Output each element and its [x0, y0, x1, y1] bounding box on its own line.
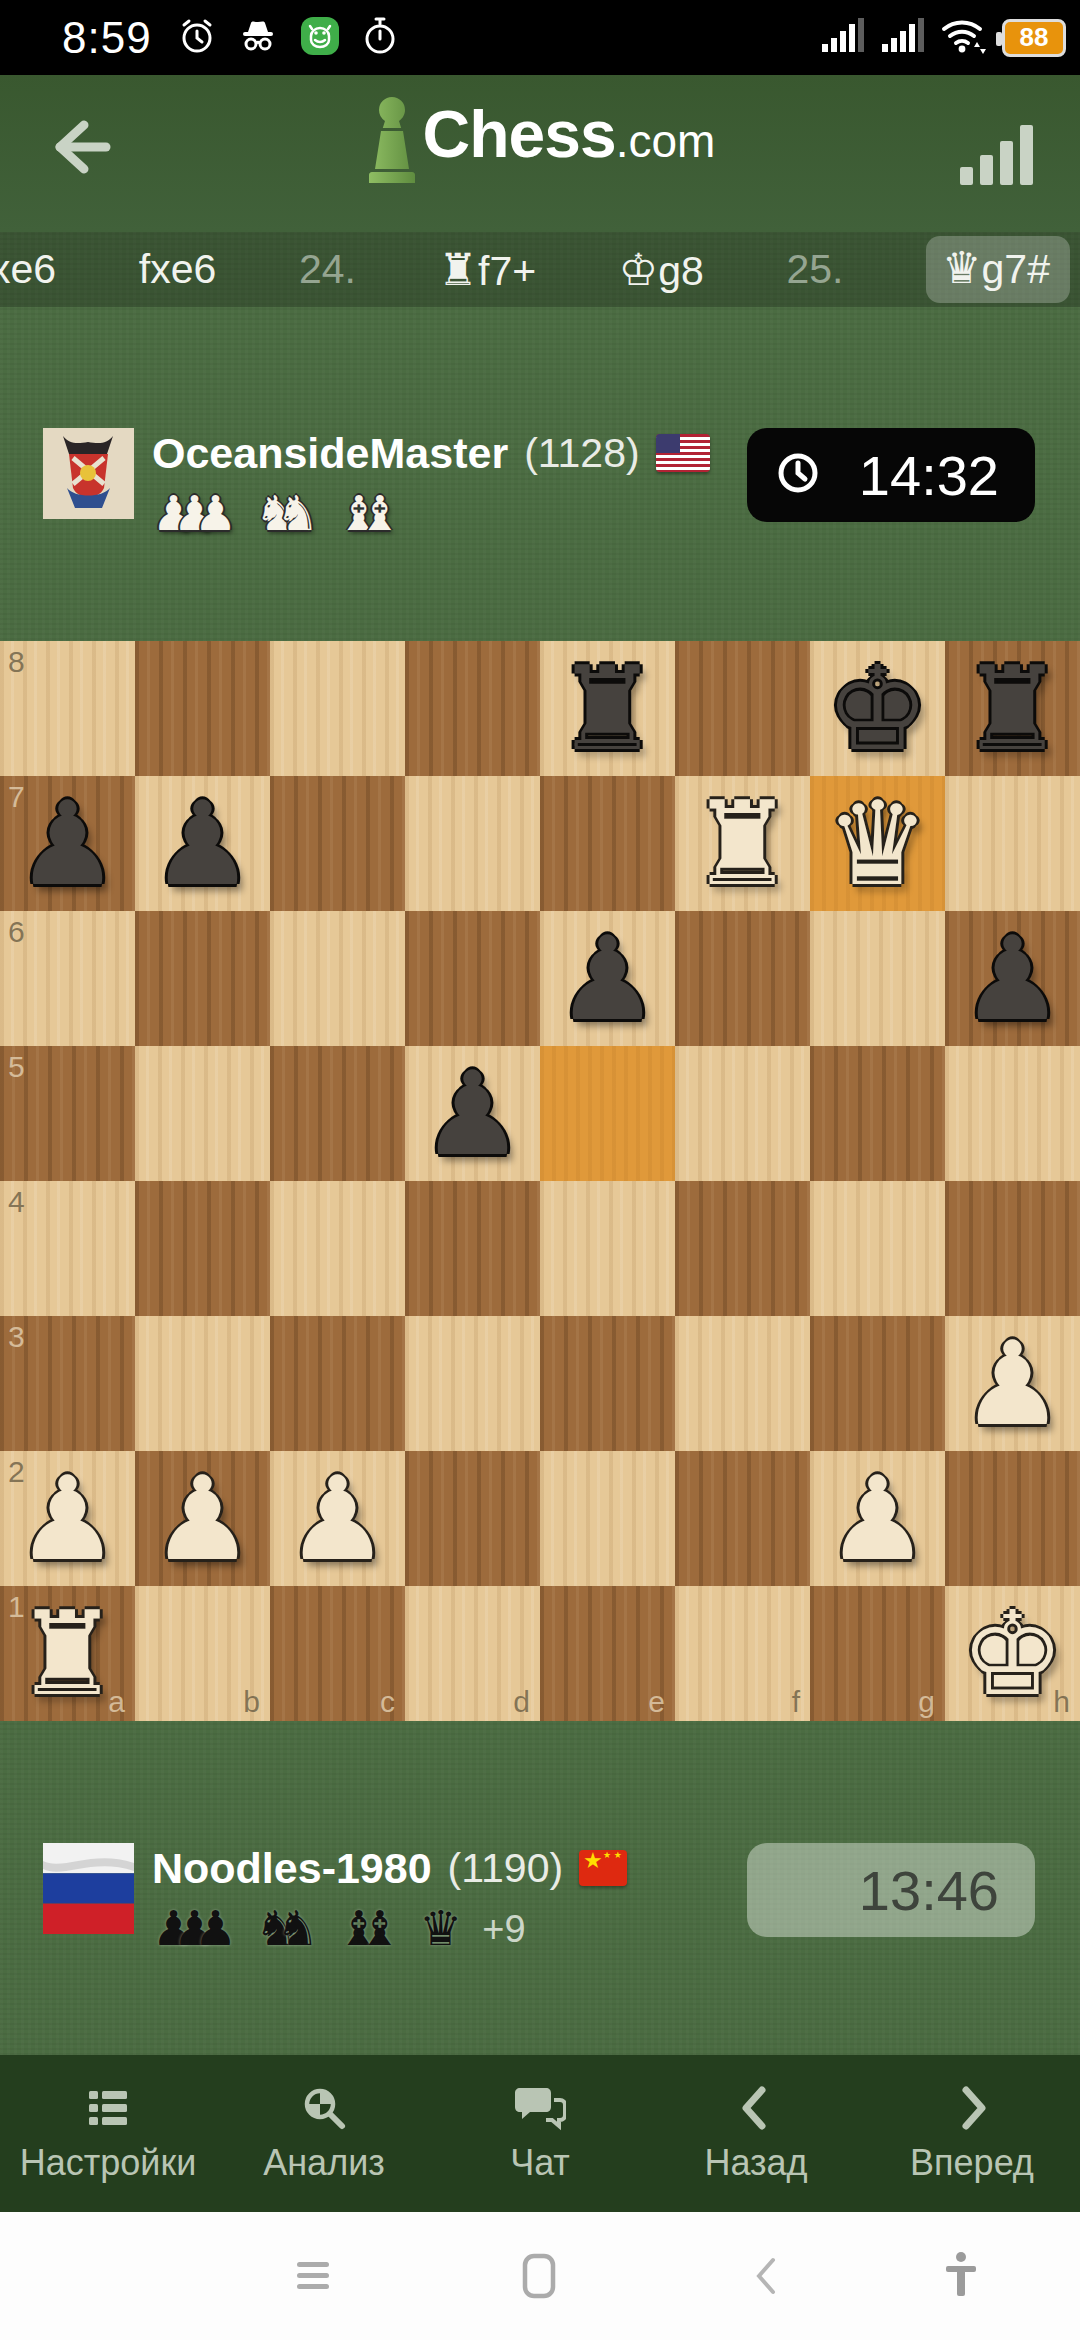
move-item[interactable]: fxe6	[139, 246, 217, 293]
avatar[interactable]	[43, 428, 134, 519]
board-square[interactable]	[540, 776, 675, 911]
material-advantage: +9	[482, 1904, 525, 1954]
captured-piece-icon: ♝	[358, 487, 401, 539]
board-square[interactable]	[810, 911, 945, 1046]
file-label: e	[648, 1685, 665, 1719]
board-square[interactable]	[405, 911, 540, 1046]
player-name[interactable]: Noodles-1980	[152, 1844, 432, 1893]
board-square[interactable]	[675, 1316, 810, 1451]
board-square[interactable]: ♟	[135, 1451, 270, 1586]
board-square[interactable]: ♟	[945, 911, 1080, 1046]
captured-piece-icon: ♞	[276, 1902, 319, 1954]
board-square[interactable]	[675, 1046, 810, 1181]
captured-piece-icon: ♝	[358, 1902, 401, 1954]
board-square[interactable]	[270, 1316, 405, 1451]
white-rook[interactable]: ♜	[0, 1586, 135, 1721]
rank-label: 3	[8, 1320, 25, 1354]
board-square[interactable]	[540, 1046, 675, 1181]
chess-board[interactable]: 8♜♚♜7♟♟♜♛6♟♟5♟43♟2♟♟♟♟1a♜bcdefgh♚	[0, 641, 1080, 1721]
app-screen: 8:59 88	[0, 0, 1080, 2340]
board-square[interactable]	[135, 1046, 270, 1181]
board-square[interactable]	[675, 1181, 810, 1316]
board-square[interactable]: ♜	[945, 641, 1080, 776]
accessibility-button[interactable]	[916, 2212, 1006, 2340]
captured-piece-icon: ♟	[194, 1902, 237, 1954]
captured-pieces: ♟♟♟♞♞♝♝	[152, 483, 401, 539]
board-square[interactable]	[405, 1316, 540, 1451]
board-square[interactable]: 3	[0, 1316, 135, 1451]
rank-label: 8	[8, 645, 25, 679]
board-square[interactable]: ♜	[675, 776, 810, 911]
white-queen[interactable]: ♛	[810, 776, 945, 911]
chesscom-logo: Chess.com	[0, 95, 1080, 189]
captured-group: ♝♝	[337, 487, 401, 539]
board-square[interactable]: ♟	[540, 911, 675, 1046]
white-pawn[interactable]: ♟	[0, 1451, 135, 1586]
board-square[interactable]	[135, 641, 270, 776]
captured-pieces: ♟♟♟♞♞♝♝♛+9	[152, 1898, 526, 1954]
board-square[interactable]: ♟	[405, 1046, 540, 1181]
board-square[interactable]: ♚	[810, 641, 945, 776]
board-square[interactable]	[270, 776, 405, 911]
board-square[interactable]: 4	[0, 1181, 135, 1316]
black-pawn[interactable]: ♟	[0, 776, 135, 911]
board-square[interactable]: 8	[0, 641, 135, 776]
board-square[interactable]: b	[135, 1586, 270, 1721]
board-square[interactable]	[405, 641, 540, 776]
clock-icon	[775, 450, 821, 500]
captured-group: ♟♟♟	[152, 487, 237, 539]
status-time: 8:59	[62, 13, 152, 63]
board-square[interactable]	[945, 1046, 1080, 1181]
board-square[interactable]	[135, 1316, 270, 1451]
forward-move-label: Вперед	[910, 2142, 1034, 2184]
board-square[interactable]	[135, 911, 270, 1046]
board-square[interactable]	[675, 641, 810, 776]
move-list: xe6 fxe6 24. ♜f7+ ♔g8 25. ♛g7#	[0, 232, 1080, 307]
board-square[interactable]: ♜	[540, 641, 675, 776]
settings-label: Настройки	[20, 2142, 197, 2184]
recents-button[interactable]	[268, 2212, 358, 2340]
white-rook[interactable]: ♜	[675, 776, 810, 911]
chat-label: Чат	[510, 2142, 570, 2184]
move-item[interactable]: ♔g8	[619, 244, 704, 295]
board-square[interactable]	[945, 776, 1080, 911]
move-item[interactable]: ♜f7+	[439, 244, 537, 295]
board-square[interactable]: ♟	[135, 776, 270, 911]
file-label: g	[918, 1685, 935, 1719]
clock-time: 14:32	[859, 443, 999, 508]
player-card-top: OceansideMaster (1128) ♟♟♟♞♞♝♝ 14:32	[0, 425, 1080, 545]
chat-button[interactable]: Чат	[432, 2055, 648, 2212]
back-move-label: Назад	[704, 2142, 807, 2184]
player-rating: (1190)	[448, 1845, 563, 1892]
board-square[interactable]: ♟	[945, 1316, 1080, 1451]
black-pawn[interactable]: ♟	[135, 776, 270, 911]
app-header: Chess.com	[0, 75, 1080, 232]
board-square[interactable]: g	[810, 1586, 945, 1721]
board-square[interactable]: ♛	[810, 776, 945, 911]
board-square[interactable]	[270, 641, 405, 776]
board-square[interactable]	[540, 1451, 675, 1586]
move-number: 24.	[299, 246, 356, 293]
board-square[interactable]: ♟	[270, 1451, 405, 1586]
china-flag-icon	[579, 1850, 627, 1886]
board-square[interactable]	[810, 1316, 945, 1451]
current-move-item[interactable]: ♛g7#	[926, 236, 1070, 303]
status-bar: 8:59 88	[0, 0, 1080, 75]
board-square[interactable]: f	[675, 1586, 810, 1721]
board-square[interactable]	[675, 1451, 810, 1586]
board-square[interactable]	[810, 1181, 945, 1316]
move-text: g7#	[982, 246, 1050, 292]
home-button[interactable]	[494, 2212, 584, 2340]
board-square[interactable]: h♚	[945, 1586, 1080, 1721]
captured-group: ♞♞	[255, 487, 319, 539]
player-name[interactable]: OceansideMaster	[152, 429, 508, 478]
move-item[interactable]: xe6	[0, 246, 56, 293]
white-pawn[interactable]: ♟	[270, 1451, 405, 1586]
black-rook[interactable]: ♜	[945, 641, 1080, 776]
file-label: f	[792, 1685, 800, 1719]
board-square[interactable]	[945, 1181, 1080, 1316]
move-number: 25.	[786, 246, 843, 293]
board-square[interactable]	[405, 1181, 540, 1316]
captured-group: ♞♞	[255, 1902, 319, 1954]
board-square[interactable]	[540, 1181, 675, 1316]
white-pawn[interactable]: ♟	[945, 1316, 1080, 1451]
logo-text: Chess	[423, 97, 616, 171]
black-pawn[interactable]: ♟	[540, 911, 675, 1046]
analysis-button[interactable]: Анализ	[216, 2055, 432, 2212]
board-square[interactable]	[945, 1451, 1080, 1586]
king-figurine: ♔	[619, 244, 658, 295]
captured-group: ♟♟♟	[152, 1902, 237, 1954]
board-square[interactable]: e	[540, 1586, 675, 1721]
captured-piece-icon: ♛	[419, 1902, 462, 1954]
board-square[interactable]: 5	[0, 1046, 135, 1181]
analysis-label: Анализ	[263, 2142, 385, 2184]
clock-bottom: 13:46	[747, 1843, 1035, 1937]
cell-signal-icon	[820, 16, 866, 60]
board-square[interactable]: 1a♜	[0, 1586, 135, 1721]
back-nav-button[interactable]	[721, 2212, 811, 2340]
queen-figurine: ♛	[942, 242, 981, 293]
black-king[interactable]: ♚	[810, 641, 945, 776]
clock-time: 13:46	[859, 1858, 999, 1923]
board-square[interactable]: ♟	[810, 1451, 945, 1586]
rank-label: 4	[8, 1185, 25, 1219]
cell-signal2-icon	[880, 16, 926, 60]
us-flag-icon	[656, 434, 710, 472]
black-rook[interactable]: ♜	[540, 641, 675, 776]
settings-button[interactable]: Настройки	[0, 2055, 216, 2212]
incognito-icon	[238, 17, 278, 59]
board-square[interactable]	[675, 911, 810, 1046]
white-king[interactable]: ♚	[945, 1586, 1080, 1721]
rook-figurine: ♜	[439, 244, 478, 295]
file-label: b	[243, 1685, 260, 1719]
board-square[interactable]	[540, 1316, 675, 1451]
android-nav-bar	[0, 2212, 1080, 2340]
board-square[interactable]	[270, 1046, 405, 1181]
board-square[interactable]	[810, 1046, 945, 1181]
battery-icon: 88	[1002, 19, 1066, 57]
board-square[interactable]	[405, 1451, 540, 1586]
white-pawn[interactable]: ♟	[135, 1451, 270, 1586]
bottom-toolbar: Настройки Анализ Чат Назад Вперед	[0, 2055, 1080, 2212]
back-move-button[interactable]: Назад	[648, 2055, 864, 2212]
captured-group: ♛	[419, 1902, 462, 1954]
board-square[interactable]: 7♟	[0, 776, 135, 911]
pawn-logo-icon	[365, 95, 419, 189]
white-pawn[interactable]: ♟	[810, 1451, 945, 1586]
rank-label: 6	[8, 915, 25, 949]
file-label: d	[513, 1685, 530, 1719]
black-pawn[interactable]: ♟	[945, 911, 1080, 1046]
battery-percent: 88	[1020, 22, 1049, 53]
forward-move-button[interactable]: Вперед	[864, 2055, 1080, 2212]
board-square[interactable]: c	[270, 1586, 405, 1721]
captured-piece-icon: ♟	[194, 487, 237, 539]
connection-bars-icon[interactable]	[960, 123, 1036, 189]
player-rating: (1128)	[524, 430, 639, 477]
stopwatch-icon	[362, 16, 398, 60]
logo-suffix: .com	[616, 115, 716, 167]
alarm-icon	[178, 17, 216, 59]
captured-piece-icon: ♞	[276, 487, 319, 539]
board-square[interactable]: d	[405, 1586, 540, 1721]
board-square[interactable]	[405, 776, 540, 911]
app-badge-icon	[300, 16, 340, 60]
rank-label: 5	[8, 1050, 25, 1084]
move-text: g8	[658, 248, 704, 294]
captured-group: ♝♝	[337, 1902, 401, 1954]
file-label: c	[380, 1685, 395, 1719]
board-square[interactable]: 2♟	[0, 1451, 135, 1586]
wifi-icon	[940, 15, 988, 61]
player-card-bottom: Noodles-1980 (1190) ♟♟♟♞♞♝♝♛+9 13:46	[0, 1840, 1080, 1960]
avatar[interactable]	[43, 1843, 134, 1934]
board-square[interactable]: 6	[0, 911, 135, 1046]
clock-top: 14:32	[747, 428, 1035, 522]
board-square[interactable]	[270, 1181, 405, 1316]
board-square[interactable]	[270, 911, 405, 1046]
black-pawn[interactable]: ♟	[405, 1046, 540, 1181]
board-square[interactable]	[135, 1181, 270, 1316]
move-text: f7+	[478, 248, 536, 294]
